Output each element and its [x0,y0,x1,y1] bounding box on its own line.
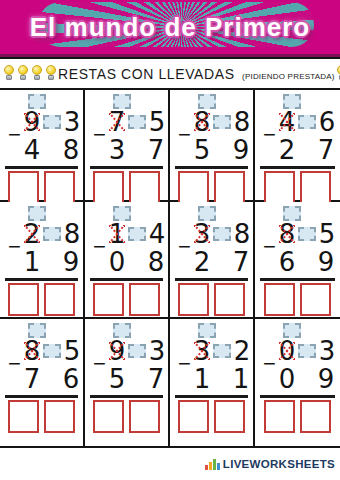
minuend-row: 75 [107,108,167,136]
subtrahend-ones-digit: 7 [146,366,166,394]
lightbulb-icon [336,65,340,82]
minus-sign: − [8,353,21,375]
lightbulb-icon [31,65,43,82]
footer: LIVEWORKSHEETS [0,448,340,480]
answer-box-ones[interactable] [129,171,160,204]
lightbulb-icon [17,65,29,82]
subtraction-line [5,278,78,281]
minuend-row: 46 [277,108,337,136]
subtrahend-row: 19 [22,249,81,277]
bulb-row-right [335,65,340,82]
subtraction-line [175,278,248,281]
minuend-row: 38 [192,220,252,248]
subtraction-line [90,395,163,398]
borrow-box-ones[interactable] [298,227,316,241]
subtraction-line [260,278,335,281]
subtrahend-ones-digit: 6 [61,366,81,394]
subtrahend-row: 27 [192,249,251,277]
borrow-box-ones[interactable] [128,115,146,129]
problem-cell: 14−08 [85,202,170,319]
subtrahend-tens-digit: 5 [107,366,127,394]
borrow-box-ones[interactable] [43,227,61,241]
worksheet-title-group: RESTAS CON LLEVADAS (PIDIENDO PRESTADA) [58,65,335,83]
subtraction-line [5,395,78,398]
minuend-row: 03 [277,337,337,365]
answer-box-tens[interactable] [178,400,209,433]
subtrahend-tens-digit: 2 [277,137,297,165]
answer-box-ones[interactable] [44,283,75,316]
minuend-tens-digit: 8 [192,109,212,135]
liveworksheets-brand: LIVEWORKSHEETS [223,458,335,470]
subtrahend-ones-digit: 1 [231,366,251,394]
minuend-tens-digit: 4 [277,109,297,135]
problem-cell: 88−59 [170,90,255,202]
minuend-row: 93 [107,337,167,365]
minuend-row: 32 [192,337,252,365]
subtrahend-row: 27 [277,137,336,165]
minuend-tens-digit: 8 [277,221,297,247]
subtrahend-row: 48 [22,137,81,165]
subtraction-line [90,166,163,169]
subtrahend-tens-digit: 0 [107,249,127,277]
subtrahend-row: 37 [107,137,166,165]
minuend-row: 14 [107,220,167,248]
minuend-row: 88 [192,108,252,136]
minus-sign: − [178,236,191,258]
answer-box-tens[interactable] [264,400,295,433]
answer-box-ones[interactable] [214,283,245,316]
minuend-row: 85 [22,337,82,365]
answer-box-ones[interactable] [214,400,245,433]
subtrahend-row: 59 [192,137,251,165]
subtrahend-ones-digit: 9 [231,137,251,165]
borrow-box-ones[interactable] [298,115,316,129]
minuend-ones-digit: 3 [62,109,82,135]
bulb-row-left [2,65,58,82]
lightbulb-icon [45,65,57,82]
problem-cell: 75−37 [85,90,170,202]
subtraction-line [175,395,248,398]
minus-sign: − [263,124,276,146]
problem-cell: 85−76 [0,319,85,446]
minus-sign: − [8,124,21,146]
minus-sign: − [93,124,106,146]
subtrahend-row: 11 [192,366,251,394]
minuend-ones-digit: 3 [147,338,167,364]
subtrahend-tens-digit: 6 [277,249,297,277]
minuend-row: 93 [22,108,82,136]
minuend-row: 85 [277,220,337,248]
minus-sign: − [8,236,21,258]
subtrahend-ones-digit: 7 [316,137,336,165]
subtrahend-tens-digit: 3 [107,137,127,165]
minuend-row: 28 [22,220,82,248]
minuend-tens-digit: 2 [22,221,42,247]
subtrahend-tens-digit: 4 [22,137,42,165]
minus-sign: − [93,353,106,375]
answer-box-ones[interactable] [44,400,75,433]
minus-sign: − [263,353,276,375]
answer-boxes [255,283,340,316]
subtraction-line [5,166,78,169]
borrow-box-ones[interactable] [213,227,231,241]
subtrahend-tens-digit: 7 [22,366,42,394]
subtraction-line [175,166,248,169]
subtrahend-row: 57 [107,366,166,394]
minuend-tens-digit: 8 [22,338,42,364]
borrow-box-ones[interactable] [128,344,146,358]
answer-box-tens[interactable] [8,283,39,316]
answer-boxes [0,283,83,316]
problems-grid: 93−4875−3788−5946−2728−1914−0838−2785−69… [0,88,340,448]
minuend-ones-digit: 6 [317,109,337,135]
answer-box-ones[interactable] [300,171,331,204]
answer-box-tens[interactable] [93,400,124,433]
worksheet-title-band: RESTAS CON LLEVADAS (PIDIENDO PRESTADA) [0,57,340,88]
lightbulb-icon [3,65,15,82]
header-banner: El mundo de Primero [0,0,340,57]
subtrahend-row: 69 [277,249,336,277]
subtrahend-ones-digit: 8 [146,249,166,277]
minus-sign: − [93,236,106,258]
answer-boxes [170,400,253,433]
minuend-ones-digit: 3 [317,338,337,364]
minuend-ones-digit: 8 [232,109,252,135]
page-title: El mundo de Primero [0,12,340,43]
borrow-box-ones[interactable] [213,115,231,129]
minus-sign: − [263,236,276,258]
worksheet-subtitle: (PIDIENDO PRESTADA) [242,72,335,81]
minuend-ones-digit: 2 [232,338,252,364]
answer-box-ones[interactable] [214,171,245,204]
problem-cell: 32−11 [170,319,255,446]
borrow-box-ones[interactable] [298,344,316,358]
minuend-ones-digit: 8 [62,221,82,247]
minuend-tens-digit: 9 [107,338,127,364]
liveworksheets-icon [205,459,220,470]
answer-boxes [85,400,168,433]
subtrahend-row: 09 [277,366,336,394]
borrow-box-ones[interactable] [128,227,146,241]
problem-cell: 28−19 [0,202,85,319]
answer-box-tens[interactable] [264,283,295,316]
problem-cell: 93−48 [0,90,85,202]
answer-boxes [255,171,340,204]
subtrahend-ones-digit: 8 [61,137,81,165]
minuend-tens-digit: 1 [107,221,127,247]
subtrahend-ones-digit: 9 [61,249,81,277]
minuend-ones-digit: 5 [317,221,337,247]
problem-cell: 93−57 [85,319,170,446]
subtrahend-tens-digit: 2 [192,249,212,277]
subtrahend-ones-digit: 7 [146,137,166,165]
answer-box-tens[interactable] [178,171,209,204]
minus-sign: − [178,353,191,375]
answer-boxes [85,283,168,316]
minuend-ones-digit: 5 [62,338,82,364]
problem-cell: 46−27 [255,90,340,202]
minuend-ones-digit: 4 [147,221,167,247]
answer-boxes [0,400,83,433]
minuend-tens-digit: 0 [277,338,297,364]
minuend-tens-digit: 9 [22,109,42,135]
subtrahend-tens-digit: 1 [192,366,212,394]
minus-sign: − [178,124,191,146]
minuend-tens-digit: 3 [192,221,212,247]
problem-cell: 03−09 [255,319,340,446]
subtrahend-row: 08 [107,249,166,277]
borrow-box-ones[interactable] [213,344,231,358]
subtrahend-tens-digit: 1 [22,249,42,277]
answer-box-tens[interactable] [178,283,209,316]
borrow-box-ones[interactable] [43,344,61,358]
subtraction-line [260,166,335,169]
answer-box-ones[interactable] [300,283,331,316]
answer-box-ones[interactable] [129,283,160,316]
subtraction-line [90,278,163,281]
answer-box-tens[interactable] [8,400,39,433]
minuend-ones-digit: 8 [232,221,252,247]
borrow-box-ones[interactable] [43,115,61,129]
subtrahend-ones-digit: 9 [316,366,336,394]
minuend-tens-digit: 7 [107,109,127,135]
minuend-tens-digit: 3 [192,338,212,364]
subtrahend-tens-digit: 5 [192,137,212,165]
subtrahend-tens-digit: 0 [277,366,297,394]
answer-box-tens[interactable] [93,283,124,316]
answer-boxes [170,283,253,316]
answer-boxes [255,400,340,433]
answer-boxes [170,171,253,204]
subtrahend-ones-digit: 7 [231,249,251,277]
problem-cell: 38−27 [170,202,255,319]
answer-box-ones[interactable] [300,400,331,433]
answer-boxes [85,171,168,204]
subtraction-line [260,395,335,398]
subtrahend-row: 76 [22,366,81,394]
subtrahend-ones-digit: 9 [316,249,336,277]
minuend-ones-digit: 5 [147,109,167,135]
answer-box-tens[interactable] [264,171,295,204]
answer-boxes [0,171,83,204]
problem-cell: 85−69 [255,202,340,319]
answer-box-ones[interactable] [44,171,75,204]
answer-box-tens[interactable] [93,171,124,204]
answer-box-tens[interactable] [8,171,39,204]
worksheet-title: RESTAS CON LLEVADAS [58,66,235,82]
answer-box-ones[interactable] [129,400,160,433]
